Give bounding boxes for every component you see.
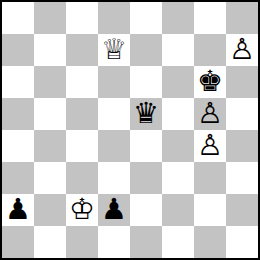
square-c3[interactable] — [66, 162, 98, 194]
white-king-c2[interactable]: ♔ — [69, 194, 95, 225]
square-d6[interactable] — [98, 66, 130, 98]
black-pawn-a2[interactable]: ♟ — [5, 194, 31, 225]
square-f7[interactable] — [162, 34, 194, 66]
square-h5[interactable] — [226, 98, 258, 130]
square-h6[interactable] — [226, 66, 258, 98]
square-e2[interactable] — [130, 194, 162, 226]
white-pawn-g5[interactable]: ♙ — [197, 98, 223, 129]
square-b2[interactable] — [34, 194, 66, 226]
square-d4[interactable] — [98, 130, 130, 162]
square-e5[interactable]: ♛ — [130, 98, 162, 130]
square-d3[interactable] — [98, 162, 130, 194]
square-c2[interactable]: ♔ — [66, 194, 98, 226]
square-a3[interactable] — [2, 162, 34, 194]
square-g7[interactable] — [194, 34, 226, 66]
square-a2[interactable]: ♟ — [2, 194, 34, 226]
square-g5[interactable]: ♙ — [194, 98, 226, 130]
square-a7[interactable] — [2, 34, 34, 66]
black-pawn-d2[interactable]: ♟ — [101, 194, 127, 225]
square-d2[interactable]: ♟ — [98, 194, 130, 226]
square-c6[interactable] — [66, 66, 98, 98]
square-c7[interactable] — [66, 34, 98, 66]
chess-board: ♕♙♚♛♙♙♟♔♟ — [2, 2, 258, 258]
square-c4[interactable] — [66, 130, 98, 162]
black-king-g6[interactable]: ♚ — [197, 66, 223, 97]
square-e7[interactable] — [130, 34, 162, 66]
square-a8[interactable] — [2, 2, 34, 34]
square-e8[interactable] — [130, 2, 162, 34]
square-b8[interactable] — [34, 2, 66, 34]
square-h1[interactable] — [226, 226, 258, 258]
square-e4[interactable] — [130, 130, 162, 162]
square-f8[interactable] — [162, 2, 194, 34]
white-pawn-g4[interactable]: ♙ — [197, 130, 223, 161]
square-g6[interactable]: ♚ — [194, 66, 226, 98]
square-c8[interactable] — [66, 2, 98, 34]
square-h3[interactable] — [226, 162, 258, 194]
square-d5[interactable] — [98, 98, 130, 130]
square-f1[interactable] — [162, 226, 194, 258]
square-b7[interactable] — [34, 34, 66, 66]
square-b5[interactable] — [34, 98, 66, 130]
square-e3[interactable] — [130, 162, 162, 194]
white-pawn-h7[interactable]: ♙ — [229, 34, 255, 65]
square-g1[interactable] — [194, 226, 226, 258]
square-c1[interactable] — [66, 226, 98, 258]
square-e1[interactable] — [130, 226, 162, 258]
chess-board-frame: ♕♙♚♛♙♙♟♔♟ — [0, 0, 260, 260]
black-queen-e5[interactable]: ♛ — [133, 98, 159, 129]
square-e6[interactable] — [130, 66, 162, 98]
square-f6[interactable] — [162, 66, 194, 98]
square-a1[interactable] — [2, 226, 34, 258]
white-queen-d7[interactable]: ♕ — [101, 34, 127, 65]
square-f2[interactable] — [162, 194, 194, 226]
square-b3[interactable] — [34, 162, 66, 194]
square-a4[interactable] — [2, 130, 34, 162]
square-h4[interactable] — [226, 130, 258, 162]
square-f4[interactable] — [162, 130, 194, 162]
square-f3[interactable] — [162, 162, 194, 194]
square-b1[interactable] — [34, 226, 66, 258]
square-f5[interactable] — [162, 98, 194, 130]
square-h7[interactable]: ♙ — [226, 34, 258, 66]
square-b6[interactable] — [34, 66, 66, 98]
square-g2[interactable] — [194, 194, 226, 226]
square-g4[interactable]: ♙ — [194, 130, 226, 162]
square-c5[interactable] — [66, 98, 98, 130]
square-b4[interactable] — [34, 130, 66, 162]
square-d7[interactable]: ♕ — [98, 34, 130, 66]
square-g8[interactable] — [194, 2, 226, 34]
square-d1[interactable] — [98, 226, 130, 258]
square-a6[interactable] — [2, 66, 34, 98]
square-d8[interactable] — [98, 2, 130, 34]
square-h2[interactable] — [226, 194, 258, 226]
square-g3[interactable] — [194, 162, 226, 194]
square-h8[interactable] — [226, 2, 258, 34]
square-a5[interactable] — [2, 98, 34, 130]
